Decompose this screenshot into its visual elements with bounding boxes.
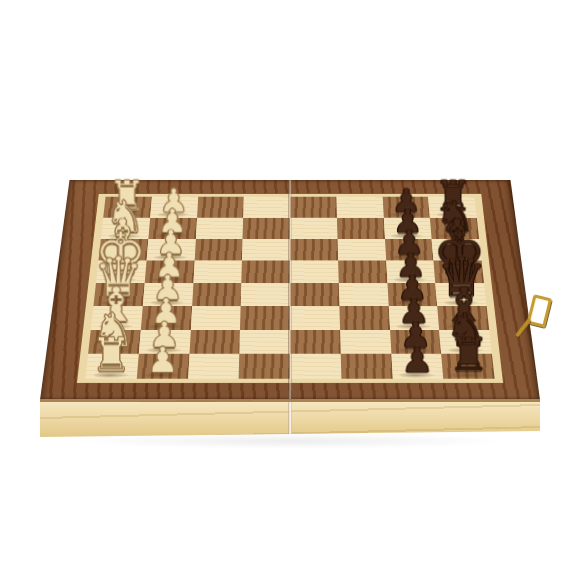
square-e5[interactable]: [290, 261, 339, 283]
square-h5[interactable]: [290, 197, 337, 218]
square-h4[interactable]: [243, 197, 290, 218]
square-f3[interactable]: [194, 239, 242, 261]
square-c4[interactable]: [240, 306, 290, 330]
square-e6[interactable]: [338, 261, 387, 283]
square-a7[interactable]: ♟: [391, 354, 444, 379]
square-g3[interactable]: [195, 218, 243, 239]
box-front-seam: [288, 402, 292, 437]
square-e4[interactable]: [241, 261, 290, 283]
square-c3[interactable]: [190, 306, 240, 330]
square-g5[interactable]: [290, 218, 337, 239]
piece-black-pawn-a7[interactable]: ♟: [402, 343, 434, 376]
square-a1[interactable]: ♜: [85, 354, 138, 379]
piece-white-rook-a1[interactable]: ♜: [91, 334, 132, 376]
square-a6[interactable]: [340, 354, 392, 379]
square-b6[interactable]: [340, 330, 391, 354]
piece-black-rook-a8[interactable]: ♜: [448, 334, 489, 376]
square-f6[interactable]: [337, 239, 385, 261]
square-a5[interactable]: [290, 354, 341, 379]
square-d4[interactable]: [241, 283, 290, 306]
square-d5[interactable]: [290, 283, 339, 306]
square-b3[interactable]: [189, 330, 240, 354]
board-3d-stage: ♜♟♟♜♞♟♟♞♝♟♟♝♚♟♟♚♛♟♟♛♝♟♟♝♞♟♟♞♜♟♟♜: [0, 0, 580, 580]
square-g4[interactable]: [243, 218, 290, 239]
square-c5[interactable]: [290, 306, 340, 330]
square-f4[interactable]: [242, 239, 290, 261]
square-a8[interactable]: ♜: [441, 354, 494, 379]
square-d6[interactable]: [339, 283, 389, 306]
square-g6[interactable]: [337, 218, 385, 239]
chessboard-frame: ♜♟♟♜♞♟♟♞♝♟♟♝♚♟♟♚♛♟♟♛♝♟♟♝♞♟♟♞♜♟♟♜: [40, 180, 540, 400]
square-f5[interactable]: [290, 239, 338, 261]
piece-white-pawn-a2[interactable]: ♟: [146, 343, 178, 376]
square-e3[interactable]: [193, 261, 242, 283]
chess-set-photo: ♜♟♟♜♞♟♟♞♝♟♟♝♚♟♟♚♛♟♟♛♝♟♟♝♞♟♟♞♜♟♟♜: [0, 0, 580, 580]
box-front-side: [40, 399, 540, 437]
square-a2[interactable]: ♟: [137, 354, 190, 379]
square-b5[interactable]: [290, 330, 340, 354]
clasp-loop-icon: [526, 294, 552, 328]
square-d3[interactable]: [192, 283, 242, 306]
square-a4[interactable]: [239, 354, 290, 379]
square-h6[interactable]: [336, 197, 383, 218]
square-b4[interactable]: [240, 330, 290, 354]
square-c6[interactable]: [339, 306, 389, 330]
square-a3[interactable]: [188, 354, 240, 379]
square-h3[interactable]: [197, 197, 244, 218]
